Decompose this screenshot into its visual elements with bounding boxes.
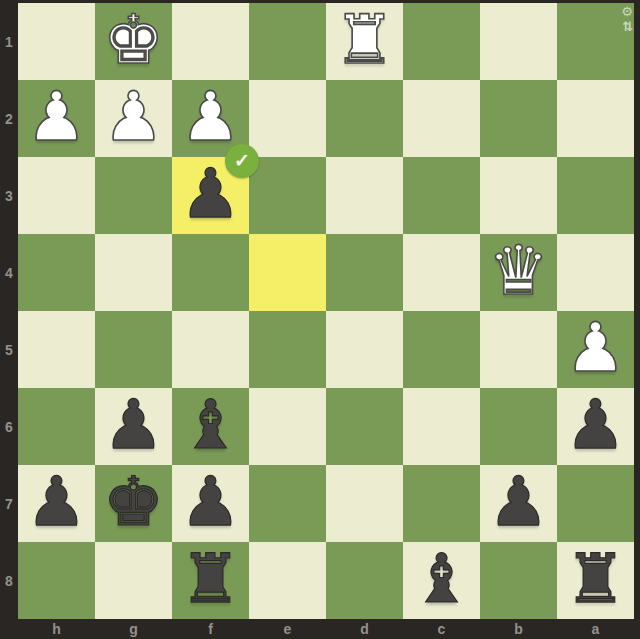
square-a4[interactable]	[557, 234, 634, 311]
square-c1[interactable]	[403, 3, 480, 80]
square-c8[interactable]: ♝	[403, 542, 480, 619]
black-pawn[interactable]: ♟	[26, 468, 87, 536]
square-h4[interactable]	[18, 234, 95, 311]
square-d3[interactable]	[326, 157, 403, 234]
white-rook[interactable]: ♜	[334, 6, 395, 74]
file-label-f: f	[172, 619, 249, 639]
square-h7[interactable]: ♟	[18, 465, 95, 542]
checkmark-icon: ✓	[234, 151, 250, 170]
square-c7[interactable]	[403, 465, 480, 542]
black-pawn[interactable]: ♟	[565, 391, 626, 459]
board: ♚♜♟♟♟♟♛♟♟♝♟♟♚♟♟♜♝♜	[18, 3, 634, 619]
square-e2[interactable]	[249, 80, 326, 157]
square-g3[interactable]	[95, 157, 172, 234]
correct-move-badge: ✓	[225, 144, 259, 178]
square-d5[interactable]	[326, 311, 403, 388]
square-d6[interactable]	[326, 388, 403, 465]
square-b2[interactable]	[480, 80, 557, 157]
square-g8[interactable]	[95, 542, 172, 619]
square-b6[interactable]	[480, 388, 557, 465]
square-e8[interactable]	[249, 542, 326, 619]
white-king[interactable]: ♚	[103, 6, 164, 74]
square-h2[interactable]: ♟	[18, 80, 95, 157]
rank-label-3: 3	[0, 157, 18, 234]
black-rook[interactable]: ♜	[180, 545, 241, 613]
file-label-b: b	[480, 619, 557, 639]
square-f6[interactable]: ♝	[172, 388, 249, 465]
square-h3[interactable]	[18, 157, 95, 234]
rank-coordinates: 12345678	[0, 3, 18, 619]
square-h1[interactable]	[18, 3, 95, 80]
square-a5[interactable]: ♟	[557, 311, 634, 388]
file-label-a: a	[557, 619, 634, 639]
square-e3[interactable]	[249, 157, 326, 234]
square-a7[interactable]	[557, 465, 634, 542]
file-label-e: e	[249, 619, 326, 639]
white-pawn[interactable]: ♟	[26, 83, 87, 151]
white-pawn[interactable]: ♟	[180, 83, 241, 151]
square-g7[interactable]: ♚	[95, 465, 172, 542]
square-b3[interactable]	[480, 157, 557, 234]
black-king[interactable]: ♚	[103, 468, 164, 536]
square-b5[interactable]	[480, 311, 557, 388]
square-d7[interactable]	[326, 465, 403, 542]
white-queen[interactable]: ♛	[488, 237, 549, 305]
square-c4[interactable]	[403, 234, 480, 311]
black-pawn[interactable]: ♟	[180, 468, 241, 536]
black-pawn[interactable]: ♟	[103, 391, 164, 459]
square-f4[interactable]	[172, 234, 249, 311]
rank-label-4: 4	[0, 234, 18, 311]
square-a6[interactable]: ♟	[557, 388, 634, 465]
black-bishop[interactable]: ♝	[180, 391, 241, 459]
rank-label-1: 1	[0, 3, 18, 80]
file-label-g: g	[95, 619, 172, 639]
square-h8[interactable]	[18, 542, 95, 619]
square-e6[interactable]	[249, 388, 326, 465]
chess-app: 12345678 ♚♜♟♟♟♟♛♟♟♝♟♟♚♟♟♜♝♜ hgfedcba ✓ ⚙…	[0, 0, 640, 639]
square-g5[interactable]	[95, 311, 172, 388]
square-e5[interactable]	[249, 311, 326, 388]
square-c2[interactable]	[403, 80, 480, 157]
square-a2[interactable]	[557, 80, 634, 157]
black-bishop[interactable]: ♝	[411, 545, 472, 613]
file-label-h: h	[18, 619, 95, 639]
square-c6[interactable]	[403, 388, 480, 465]
black-rook[interactable]: ♜	[565, 545, 626, 613]
square-f8[interactable]: ♜	[172, 542, 249, 619]
square-g6[interactable]: ♟	[95, 388, 172, 465]
file-label-c: c	[403, 619, 480, 639]
settings-gear-icon[interactable]: ⚙	[621, 5, 633, 18]
square-g2[interactable]: ♟	[95, 80, 172, 157]
square-d2[interactable]	[326, 80, 403, 157]
square-d8[interactable]	[326, 542, 403, 619]
square-c3[interactable]	[403, 157, 480, 234]
rank-label-2: 2	[0, 80, 18, 157]
square-b7[interactable]: ♟	[480, 465, 557, 542]
square-a8[interactable]: ♜	[557, 542, 634, 619]
flip-board-icon[interactable]: ⇅	[622, 20, 633, 33]
rank-label-5: 5	[0, 311, 18, 388]
square-e7[interactable]	[249, 465, 326, 542]
white-pawn[interactable]: ♟	[565, 314, 626, 382]
square-d1[interactable]: ♜	[326, 3, 403, 80]
rank-label-6: 6	[0, 388, 18, 465]
square-b1[interactable]	[480, 3, 557, 80]
square-e4[interactable]	[249, 234, 326, 311]
square-f1[interactable]	[172, 3, 249, 80]
square-a3[interactable]	[557, 157, 634, 234]
square-h6[interactable]	[18, 388, 95, 465]
rank-label-7: 7	[0, 465, 18, 542]
square-b8[interactable]	[480, 542, 557, 619]
file-coordinates: hgfedcba	[18, 619, 634, 639]
square-d4[interactable]	[326, 234, 403, 311]
black-pawn[interactable]: ♟	[488, 468, 549, 536]
square-c5[interactable]	[403, 311, 480, 388]
square-b4[interactable]: ♛	[480, 234, 557, 311]
square-h5[interactable]	[18, 311, 95, 388]
square-f5[interactable]	[172, 311, 249, 388]
square-g4[interactable]	[95, 234, 172, 311]
square-g1[interactable]: ♚	[95, 3, 172, 80]
white-pawn[interactable]: ♟	[103, 83, 164, 151]
square-e1[interactable]	[249, 3, 326, 80]
rank-label-8: 8	[0, 542, 18, 619]
file-label-d: d	[326, 619, 403, 639]
square-f7[interactable]: ♟	[172, 465, 249, 542]
